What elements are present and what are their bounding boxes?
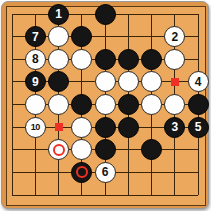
move-number-label: 6 xyxy=(102,166,109,178)
board-point[interactable] xyxy=(0,116,23,139)
board-point[interactable] xyxy=(24,161,47,184)
board-point[interactable] xyxy=(47,48,70,71)
board-point[interactable]: 1 xyxy=(47,3,70,26)
board-point[interactable] xyxy=(93,48,116,71)
black-stone xyxy=(118,117,139,138)
move-number-label: 3 xyxy=(171,121,178,133)
board-point[interactable] xyxy=(140,93,163,116)
white-stone xyxy=(71,49,92,70)
board-point[interactable] xyxy=(47,71,70,94)
board-point[interactable] xyxy=(24,184,47,207)
board-point[interactable] xyxy=(140,48,163,71)
board-point[interactable]: 8 xyxy=(24,48,47,71)
move-number-label: 9 xyxy=(32,76,39,88)
board-point[interactable] xyxy=(140,71,163,94)
board-point[interactable]: 2 xyxy=(163,25,186,48)
black-stone xyxy=(95,4,116,25)
board-point[interactable] xyxy=(93,116,116,139)
board-point[interactable] xyxy=(117,3,140,26)
black-stone xyxy=(188,94,209,115)
board-point[interactable] xyxy=(117,139,140,162)
board-point[interactable] xyxy=(93,71,116,94)
board-point[interactable]: 9 xyxy=(24,71,47,94)
move-number-label: 5 xyxy=(195,121,202,133)
board-point[interactable] xyxy=(163,139,186,162)
white-stone xyxy=(25,94,46,115)
white-stone xyxy=(71,139,92,160)
board-point[interactable] xyxy=(163,184,186,207)
board-point[interactable]: 7 xyxy=(24,25,47,48)
black-stone xyxy=(71,162,92,183)
board-frame: 17289410356 xyxy=(1,1,209,209)
board-point[interactable] xyxy=(47,116,70,139)
board-point[interactable]: 3 xyxy=(163,116,186,139)
white-stone: 4 xyxy=(188,71,209,92)
board-point[interactable] xyxy=(0,184,23,207)
board-point[interactable] xyxy=(163,161,186,184)
board-point[interactable]: 5 xyxy=(186,116,209,139)
white-stone: 10 xyxy=(25,117,46,138)
go-diagram: 17289410356 xyxy=(0,0,211,211)
board-point[interactable] xyxy=(186,3,209,26)
white-stone xyxy=(141,94,162,115)
red-circle-marker xyxy=(76,166,88,178)
board-point[interactable] xyxy=(70,161,93,184)
board-point[interactable] xyxy=(93,184,116,207)
white-stone xyxy=(48,49,69,70)
board-point[interactable] xyxy=(117,48,140,71)
board-point[interactable] xyxy=(186,93,209,116)
black-stone xyxy=(71,94,92,115)
black-stone xyxy=(48,71,69,92)
white-stone: 8 xyxy=(25,49,46,70)
board-point[interactable] xyxy=(70,48,93,71)
board-point[interactable] xyxy=(186,48,209,71)
black-stone xyxy=(95,139,116,160)
black-stone xyxy=(118,49,139,70)
black-stone: 9 xyxy=(25,71,46,92)
board-point[interactable] xyxy=(24,3,47,26)
move-number-label: 7 xyxy=(32,31,39,43)
black-stone xyxy=(71,26,92,47)
board-point[interactable]: 4 xyxy=(186,71,209,94)
board-point[interactable] xyxy=(0,139,23,162)
black-stone xyxy=(141,49,162,70)
black-stone: 7 xyxy=(25,26,46,47)
board-point[interactable] xyxy=(140,3,163,26)
move-number-label: 1 xyxy=(55,8,62,20)
black-stone: 5 xyxy=(188,117,209,138)
board-point[interactable] xyxy=(93,93,116,116)
white-stone xyxy=(164,49,185,70)
board-point[interactable] xyxy=(93,3,116,26)
white-stone xyxy=(164,94,185,115)
board-point[interactable] xyxy=(163,71,186,94)
board-point[interactable] xyxy=(140,25,163,48)
board-point[interactable] xyxy=(186,139,209,162)
board-point[interactable]: 6 xyxy=(93,161,116,184)
white-stone xyxy=(48,26,69,47)
go-board: 17289410356 xyxy=(6,6,206,206)
board-point[interactable] xyxy=(47,139,70,162)
black-stone xyxy=(118,94,139,115)
board-point[interactable] xyxy=(70,139,93,162)
board-point[interactable] xyxy=(140,184,163,207)
board-point[interactable] xyxy=(70,93,93,116)
board-point[interactable] xyxy=(70,25,93,48)
white-stone xyxy=(95,94,116,115)
board-point[interactable] xyxy=(0,25,23,48)
board-point[interactable] xyxy=(93,139,116,162)
board-point[interactable] xyxy=(0,3,23,26)
board-point[interactable] xyxy=(70,184,93,207)
white-stone xyxy=(71,117,92,138)
board-point[interactable] xyxy=(117,93,140,116)
board-point[interactable] xyxy=(24,139,47,162)
board-point[interactable] xyxy=(117,161,140,184)
board-point[interactable] xyxy=(70,116,93,139)
board-point[interactable] xyxy=(0,161,23,184)
board-point[interactable] xyxy=(140,161,163,184)
red-square-marker xyxy=(171,78,179,86)
board-point[interactable] xyxy=(47,184,70,207)
move-number-label: 4 xyxy=(195,76,202,88)
red-square-marker xyxy=(55,123,63,131)
board-point[interactable] xyxy=(0,48,23,71)
board-point[interactable] xyxy=(47,25,70,48)
board-point[interactable] xyxy=(163,93,186,116)
black-stone: 3 xyxy=(164,117,185,138)
board-point[interactable] xyxy=(0,71,23,94)
board-point[interactable] xyxy=(93,25,116,48)
board-point[interactable] xyxy=(0,93,23,116)
red-circle-marker xyxy=(53,144,65,156)
black-stone xyxy=(95,117,116,138)
board-point[interactable] xyxy=(117,184,140,207)
move-number-label: 10 xyxy=(31,123,40,132)
white-stone xyxy=(48,94,69,115)
board-point[interactable] xyxy=(140,139,163,162)
board-point[interactable] xyxy=(117,116,140,139)
board-point[interactable] xyxy=(163,3,186,26)
board-point[interactable] xyxy=(140,116,163,139)
board-point[interactable] xyxy=(47,93,70,116)
white-stone xyxy=(95,71,116,92)
white-stone xyxy=(118,71,139,92)
board-point[interactable]: 10 xyxy=(24,116,47,139)
black-stone xyxy=(141,139,162,160)
board-point[interactable] xyxy=(47,161,70,184)
black-stone xyxy=(95,49,116,70)
board-point[interactable] xyxy=(186,25,209,48)
white-stone xyxy=(141,71,162,92)
white-stone: 2 xyxy=(164,26,185,47)
board-point[interactable] xyxy=(186,161,209,184)
move-number-label: 2 xyxy=(171,31,178,43)
board-point[interactable] xyxy=(70,71,93,94)
black-stone: 1 xyxy=(48,4,69,25)
board-point[interactable] xyxy=(186,184,209,207)
board-point[interactable] xyxy=(163,48,186,71)
move-number-label: 8 xyxy=(32,53,39,65)
board-point[interactable] xyxy=(24,93,47,116)
board-grid: 17289410356 xyxy=(0,3,209,207)
board-point[interactable] xyxy=(117,25,140,48)
board-point[interactable] xyxy=(70,3,93,26)
white-stone: 6 xyxy=(95,162,116,183)
white-stone xyxy=(48,139,69,160)
board-point[interactable] xyxy=(117,71,140,94)
